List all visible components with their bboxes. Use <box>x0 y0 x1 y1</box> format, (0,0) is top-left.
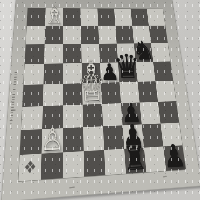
square-r5c8 <box>155 81 175 102</box>
square-r1c5 <box>97 9 115 26</box>
square-r4c2 <box>43 63 63 84</box>
piece-white-pawn: ♙ <box>40 125 64 155</box>
square-r5c4: ♕ <box>82 83 102 105</box>
square-r7c2: ♙ <box>42 128 63 153</box>
piece-black-pawn: ♟ <box>161 141 187 172</box>
square-r7c3 <box>63 127 84 152</box>
square-r7c4 <box>83 126 104 151</box>
square-r4c6: ♛ <box>118 62 138 82</box>
square-r5c2 <box>43 84 63 106</box>
square-r1c7 <box>131 9 149 26</box>
square-r6c4 <box>83 104 103 127</box>
square-r6c5 <box>102 103 123 126</box>
square-r8c2 <box>41 152 63 179</box>
square-r5c1 <box>22 84 43 107</box>
square-r1c2: ♗ <box>45 8 63 26</box>
square-r8c6: ♜ <box>124 148 146 174</box>
square-r2c3 <box>63 26 81 44</box>
square-r4c8 <box>153 61 173 81</box>
square-r1c3 <box>63 8 81 25</box>
piece-white-bishop: ♗ <box>43 3 66 26</box>
photo-stage: ♗♞♗♟♛♕♟♙♟❖♜♟ <box>0 0 200 200</box>
square-r6c3 <box>63 105 83 129</box>
square-r7c1 <box>20 129 42 155</box>
square-r4c1 <box>24 64 44 85</box>
square-r3c1 <box>25 44 45 64</box>
square-r2c5 <box>98 26 116 44</box>
square-r6c1 <box>21 106 43 130</box>
square-r8c1: ❖ <box>18 154 41 182</box>
frame-mark <box>12 109 15 111</box>
frame-mark <box>163 176 167 178</box>
square-r1c6 <box>114 9 132 26</box>
square-r3c8 <box>151 43 170 62</box>
square-r1c8 <box>147 9 165 26</box>
board-grid: ♗♞♗♟♛♕♟♙♟❖♜♟ <box>18 8 185 181</box>
square-r3c2 <box>44 44 63 64</box>
square-r2c4 <box>81 26 99 44</box>
square-r8c4 <box>84 150 106 177</box>
chess-board: ♗♞♗♟♛♕♟♙♟❖♜♟ <box>1 0 200 200</box>
square-r5c5 <box>101 82 121 104</box>
square-r1c4 <box>80 8 98 25</box>
square-r2c1 <box>26 26 45 45</box>
corner-ornament: ❖ <box>23 158 37 176</box>
frame-inscription <box>10 70 18 123</box>
square-r8c8: ♟ <box>163 145 185 170</box>
square-r8c3 <box>63 151 85 178</box>
square-r6c8 <box>158 101 179 123</box>
square-r2c2 <box>45 26 64 45</box>
frame-mark <box>69 186 75 188</box>
